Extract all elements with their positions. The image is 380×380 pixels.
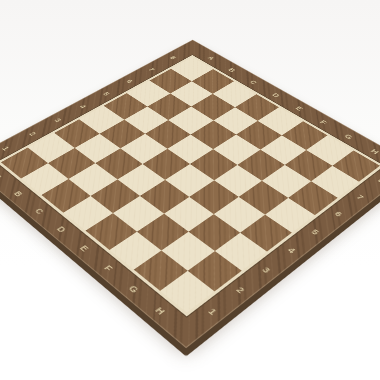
file-label: E xyxy=(63,232,106,264)
product-photo-scene: ABCDEFGH ABCDEFGH 87654321 87654321 xyxy=(0,0,380,380)
file-label: C xyxy=(19,196,60,226)
square-h7[interactable] xyxy=(311,165,360,198)
square-e4[interactable] xyxy=(165,164,213,196)
square-e2[interactable] xyxy=(113,196,163,231)
rank-label: 2 xyxy=(217,273,263,308)
file-label: F xyxy=(87,251,132,285)
rank-label: 5 xyxy=(294,216,337,247)
maple-inlay-strip xyxy=(0,55,380,316)
square-g2[interactable] xyxy=(162,232,215,271)
square-h3[interactable] xyxy=(215,232,268,271)
square-c1[interactable] xyxy=(41,179,90,213)
square-h6[interactable] xyxy=(288,181,338,215)
square-f2[interactable] xyxy=(137,213,189,250)
square-h1[interactable] xyxy=(160,270,215,312)
file-label: H xyxy=(137,292,184,329)
square-g4[interactable] xyxy=(214,197,265,232)
chess-board: ABCDEFGH ABCDEFGH 87654321 87654321 xyxy=(0,40,380,348)
file-labels-bottom: ABCDEFGH xyxy=(0,164,184,330)
square-g5[interactable] xyxy=(239,181,288,215)
rank-label: 4 xyxy=(270,234,314,266)
square-f5[interactable] xyxy=(214,164,262,196)
rank-label: 6 xyxy=(318,199,360,229)
square-e3[interactable] xyxy=(140,180,189,214)
square-d2[interactable] xyxy=(91,179,140,213)
square-h4[interactable] xyxy=(240,214,292,251)
square-g1[interactable] xyxy=(134,250,188,290)
square-f3[interactable] xyxy=(164,196,214,231)
rank-label: 7 xyxy=(340,183,380,211)
square-h5[interactable] xyxy=(265,197,316,232)
square-c2[interactable] xyxy=(69,163,117,195)
square-b1[interactable] xyxy=(21,163,69,195)
square-h2[interactable] xyxy=(188,251,242,291)
square-f1[interactable] xyxy=(109,231,162,269)
board-grid xyxy=(1,57,380,312)
square-e1[interactable] xyxy=(86,213,137,250)
square-d3[interactable] xyxy=(117,164,165,196)
square-f4[interactable] xyxy=(189,180,238,214)
file-label: D xyxy=(41,214,83,245)
file-label: G xyxy=(111,271,157,307)
rank-labels-right: 87654321 xyxy=(189,167,380,330)
rank-label: 8 xyxy=(362,167,380,194)
file-label: A xyxy=(0,164,18,191)
square-g6[interactable] xyxy=(262,165,310,197)
rank-label: 1 xyxy=(189,293,237,330)
square-d1[interactable] xyxy=(63,195,113,230)
board-frame: ABCDEFGH ABCDEFGH 87654321 87654321 xyxy=(0,40,380,348)
square-g3[interactable] xyxy=(189,214,241,251)
rank-label: 3 xyxy=(244,253,289,287)
